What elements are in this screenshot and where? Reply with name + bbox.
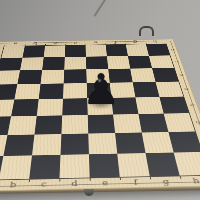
square-e3 [88,115,115,134]
file-label-bottom-f: f [120,176,152,188]
square-b7 [20,57,44,70]
square-b4 [11,99,39,116]
square-c8 [44,45,66,57]
floor-crack-mark [93,0,106,17]
file-label-bottom-h: h [180,175,200,187]
chessboard-3d-wrapper: abcdefgh8877665544332211abcdefgh [0,39,200,192]
square-b6 [17,70,42,84]
square-b1 [0,155,32,179]
square-b2 [3,135,34,156]
square-d8 [65,45,86,57]
file-label-bottom-e: e [90,177,121,189]
square-c2 [32,134,61,155]
square-d2 [60,134,88,155]
square-c5 [39,83,64,99]
square-a7 [0,58,22,71]
square-f1 [117,153,149,177]
file-label-bottom-b: b [0,179,29,191]
square-d3 [61,115,88,134]
square-b3 [7,116,36,135]
photo-chessboard-scene: abcdefgh8877665544332211abcdefgh ♟ [0,0,200,200]
square-e2 [88,133,117,154]
square-b5 [14,84,40,100]
file-label-bottom-c: c [28,178,60,190]
square-e8 [86,45,107,57]
square-f2 [115,133,145,154]
file-label-bottom-g: g [150,176,183,188]
square-c3 [34,115,62,134]
square-c4 [37,99,63,116]
square-c7 [42,57,65,70]
square-f8 [106,45,128,57]
black-pawn: ♟ [80,69,122,111]
board-clasp-far-icon [139,26,154,36]
square-c6 [41,70,65,84]
square-f3 [113,114,142,133]
square-a8 [1,46,24,58]
pawn-highlight [97,78,102,83]
file-label-bottom-d: d [59,178,90,190]
square-b8 [22,46,45,58]
square-e1 [89,154,120,178]
square-c1 [29,155,60,179]
chessboard: abcdefgh8877665544332211abcdefgh [0,39,200,192]
square-d1 [59,154,89,178]
